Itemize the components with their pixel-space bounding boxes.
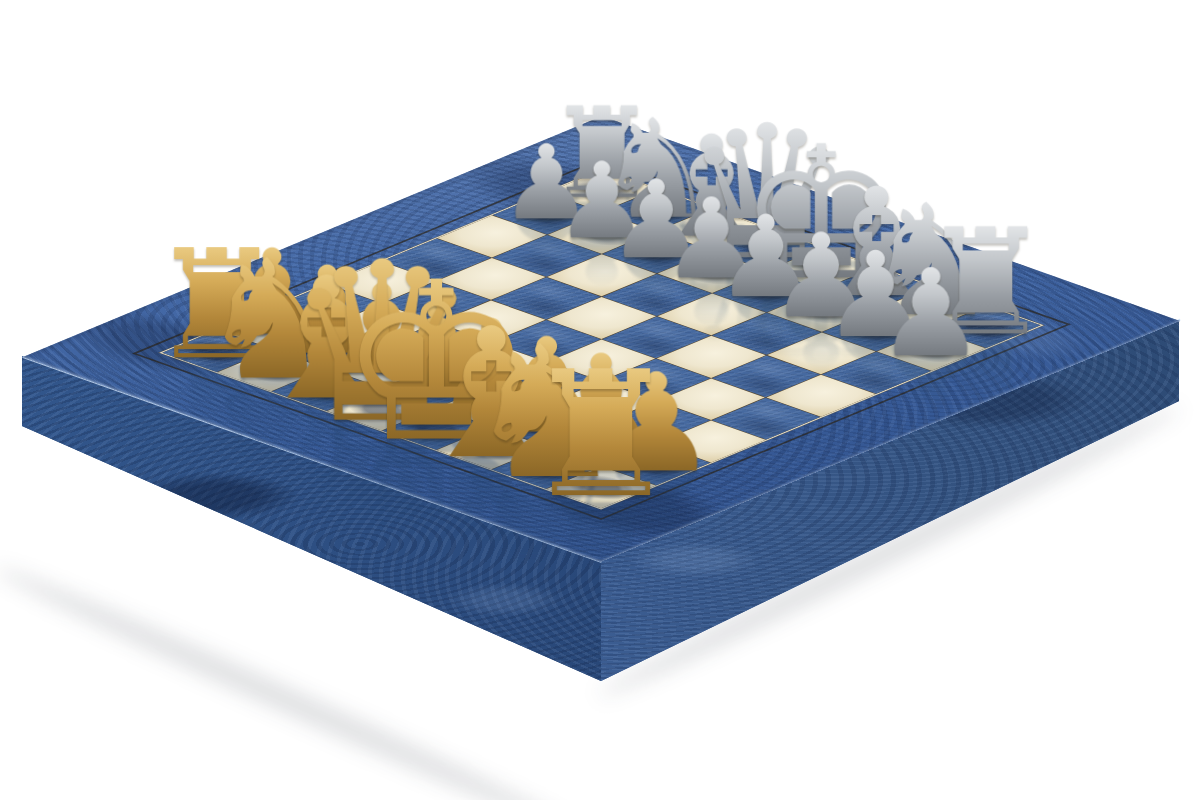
pieces-layer: ♜♜♞♞♝♝♛♛♚♚♝♝♞♞♜♜♟♟♟♟♟♟♟♟♟♟♟♟♟♟♟♟♟♟♟♟♟♟♟♟… (602, 116, 1180, 321)
gold-r-glyph: ♜ (523, 348, 679, 522)
chess-set-photo: ♜♜♞♞♝♝♛♛♚♚♝♝♞♞♜♜♟♟♟♟♟♟♟♟♟♟♟♟♟♟♟♟♟♟♟♟♟♟♟♟… (0, 0, 1200, 800)
silver-p-glyph: ♟ (877, 253, 985, 374)
